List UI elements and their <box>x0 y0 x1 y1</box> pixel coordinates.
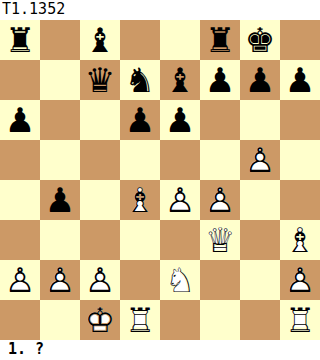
square-b6[interactable] <box>40 100 80 140</box>
square-f1[interactable] <box>200 300 240 340</box>
piece-black-pawn: ♟ <box>120 100 160 140</box>
square-f3[interactable]: ♛♕ <box>200 220 240 260</box>
square-e8[interactable] <box>160 20 200 60</box>
piece-black-bishop: ♝ <box>80 20 120 60</box>
square-a4[interactable] <box>0 180 40 220</box>
square-b5[interactable] <box>40 140 80 180</box>
square-a6[interactable]: ♟ <box>0 100 40 140</box>
square-g4[interactable] <box>240 180 280 220</box>
square-d4[interactable]: ♝♗ <box>120 180 160 220</box>
square-a5[interactable] <box>0 140 40 180</box>
square-f8[interactable]: ♜ <box>200 20 240 60</box>
piece-white-pawn: ♟♙ <box>0 260 40 300</box>
piece-black-pawn: ♟ <box>40 180 80 220</box>
square-b3[interactable] <box>40 220 80 260</box>
piece-black-pawn: ♟ <box>0 100 40 140</box>
piece-white-king: ♚♔ <box>80 300 120 340</box>
piece-black-rook: ♜ <box>0 20 40 60</box>
piece-white-pawn: ♟♙ <box>280 260 320 300</box>
square-b4[interactable]: ♟ <box>40 180 80 220</box>
square-c1[interactable]: ♚♔ <box>80 300 120 340</box>
square-h7[interactable]: ♟ <box>280 60 320 100</box>
piece-black-pawn: ♟ <box>240 60 280 100</box>
square-g6[interactable] <box>240 100 280 140</box>
square-h5[interactable] <box>280 140 320 180</box>
piece-black-king: ♚ <box>240 20 280 60</box>
square-a1[interactable] <box>0 300 40 340</box>
square-a8[interactable]: ♜ <box>0 20 40 60</box>
square-h4[interactable] <box>280 180 320 220</box>
square-d2[interactable] <box>120 260 160 300</box>
square-e5[interactable] <box>160 140 200 180</box>
square-b8[interactable] <box>40 20 80 60</box>
square-g7[interactable]: ♟ <box>240 60 280 100</box>
move-prompt: 1. ? <box>0 340 320 360</box>
piece-white-queen: ♛♕ <box>200 220 240 260</box>
square-f2[interactable] <box>200 260 240 300</box>
square-h2[interactable]: ♟♙ <box>280 260 320 300</box>
square-d3[interactable] <box>120 220 160 260</box>
square-d8[interactable] <box>120 20 160 60</box>
piece-white-pawn: ♟♙ <box>160 180 200 220</box>
square-c6[interactable] <box>80 100 120 140</box>
piece-white-pawn: ♟♙ <box>200 180 240 220</box>
square-h1[interactable]: ♜♖ <box>280 300 320 340</box>
piece-white-bishop: ♝♗ <box>280 220 320 260</box>
square-e1[interactable] <box>160 300 200 340</box>
piece-black-pawn: ♟ <box>280 60 320 100</box>
square-a2[interactable]: ♟♙ <box>0 260 40 300</box>
square-h6[interactable] <box>280 100 320 140</box>
square-d5[interactable] <box>120 140 160 180</box>
square-a7[interactable] <box>0 60 40 100</box>
piece-black-knight: ♞ <box>120 60 160 100</box>
square-e2[interactable]: ♞♘ <box>160 260 200 300</box>
square-a3[interactable] <box>0 220 40 260</box>
piece-black-pawn: ♟ <box>160 100 200 140</box>
square-e3[interactable] <box>160 220 200 260</box>
square-c5[interactable] <box>80 140 120 180</box>
chess-puzzle-page: T1.1352 ♜♝♜♚♛♞♝♟♟♟♟♟♟♟♙♟♝♗♟♙♟♙♛♕♝♗♟♙♟♙♟♙… <box>0 0 320 360</box>
square-g3[interactable] <box>240 220 280 260</box>
square-f4[interactable]: ♟♙ <box>200 180 240 220</box>
square-f5[interactable] <box>200 140 240 180</box>
piece-white-pawn: ♟♙ <box>240 140 280 180</box>
square-g5[interactable]: ♟♙ <box>240 140 280 180</box>
square-b2[interactable]: ♟♙ <box>40 260 80 300</box>
square-h3[interactable]: ♝♗ <box>280 220 320 260</box>
piece-black-bishop: ♝ <box>160 60 200 100</box>
square-f7[interactable]: ♟ <box>200 60 240 100</box>
square-c3[interactable] <box>80 220 120 260</box>
piece-white-pawn: ♟♙ <box>40 260 80 300</box>
square-e4[interactable]: ♟♙ <box>160 180 200 220</box>
square-b7[interactable] <box>40 60 80 100</box>
square-c4[interactable] <box>80 180 120 220</box>
square-d1[interactable]: ♜♖ <box>120 300 160 340</box>
piece-black-pawn: ♟ <box>200 60 240 100</box>
piece-white-knight: ♞♘ <box>160 260 200 300</box>
square-d7[interactable]: ♞ <box>120 60 160 100</box>
piece-white-rook: ♜♖ <box>120 300 160 340</box>
square-c8[interactable]: ♝ <box>80 20 120 60</box>
piece-white-rook: ♜♖ <box>280 300 320 340</box>
piece-white-pawn: ♟♙ <box>80 260 120 300</box>
square-g8[interactable]: ♚ <box>240 20 280 60</box>
square-c2[interactable]: ♟♙ <box>80 260 120 300</box>
square-g1[interactable] <box>240 300 280 340</box>
square-d6[interactable]: ♟ <box>120 100 160 140</box>
square-g2[interactable] <box>240 260 280 300</box>
chess-board: ♜♝♜♚♛♞♝♟♟♟♟♟♟♟♙♟♝♗♟♙♟♙♛♕♝♗♟♙♟♙♟♙♞♘♟♙♚♔♜♖… <box>0 20 320 340</box>
square-h8[interactable] <box>280 20 320 60</box>
puzzle-title: T1.1352 <box>0 0 320 20</box>
square-c7[interactable]: ♛ <box>80 60 120 100</box>
square-b1[interactable] <box>40 300 80 340</box>
piece-white-bishop: ♝♗ <box>120 180 160 220</box>
square-e6[interactable]: ♟ <box>160 100 200 140</box>
square-f6[interactable] <box>200 100 240 140</box>
piece-black-queen: ♛ <box>80 60 120 100</box>
square-e7[interactable]: ♝ <box>160 60 200 100</box>
piece-black-rook: ♜ <box>200 20 240 60</box>
